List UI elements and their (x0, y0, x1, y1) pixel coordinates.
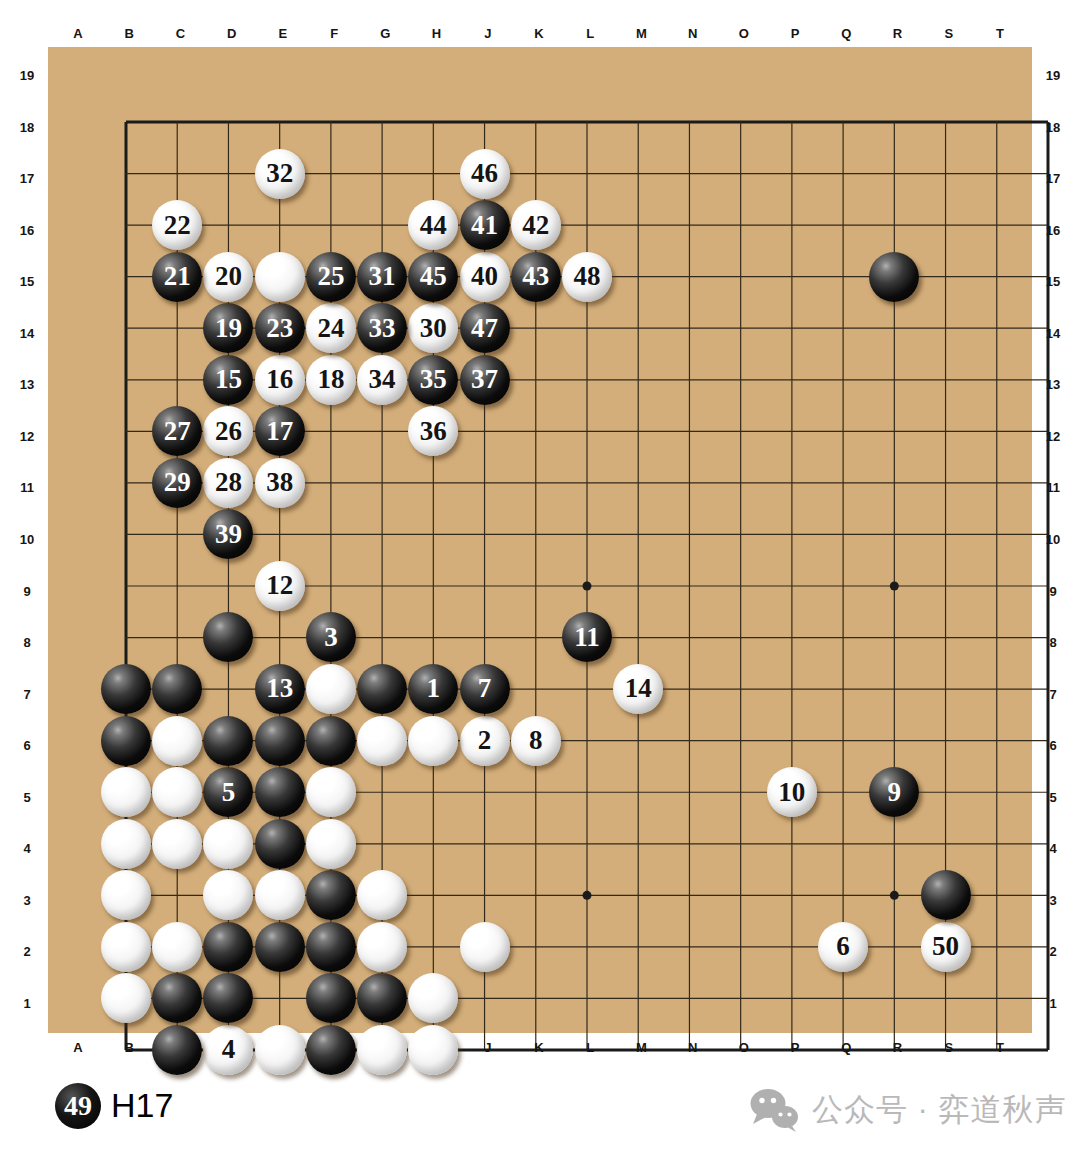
col-label-bottom-J: J (484, 1041, 491, 1054)
caption-stone-black-49: 49 (55, 1083, 101, 1129)
stone-label: 6 (836, 933, 850, 960)
row-label-right-9: 9 (1049, 584, 1056, 597)
stone-label: 8 (529, 727, 543, 754)
stone-label: 38 (266, 469, 293, 496)
stone-black-D6 (255, 767, 305, 817)
stone-white-B7 (152, 716, 202, 766)
row-label-left-9: 9 (23, 584, 30, 597)
stone-black-A8 (101, 664, 151, 714)
stone-black-E2 (306, 973, 356, 1023)
stone-black-C9 (203, 612, 253, 662)
stone-label: 43 (522, 263, 549, 290)
stone-black-H15-move-47: 47 (460, 303, 510, 353)
stone-label: 32 (266, 160, 293, 187)
stone-white-J17-move-42: 42 (511, 200, 561, 250)
stone-white-D18-move-32: 32 (255, 149, 305, 199)
watermark-text: 公众号 · 弈道秋声 (812, 1089, 1067, 1131)
row-label-left-10: 10 (20, 533, 34, 546)
row-label-left-5: 5 (23, 790, 30, 803)
col-label-bottom-O: O (739, 1041, 749, 1054)
col-label-top-E: E (279, 27, 288, 40)
stone-label: 46 (471, 160, 498, 187)
stone-black-C7 (203, 716, 253, 766)
stone-white-P3-move-6: 6 (818, 922, 868, 972)
stone-label: 21 (164, 263, 191, 290)
stone-label: 33 (369, 315, 396, 342)
col-label-top-C: C (176, 27, 185, 40)
stone-white-D12-move-38: 38 (255, 458, 305, 508)
stone-label: 11 (574, 624, 600, 651)
row-label-right-2: 2 (1049, 945, 1056, 958)
row-label-right-15: 15 (1046, 275, 1060, 288)
page: 1234567891011121314151617181920212223242… (0, 0, 1080, 1156)
caption-point-text: H17 (111, 1086, 173, 1125)
stone-white-A4 (101, 870, 151, 920)
stone-label: 25 (317, 263, 344, 290)
row-label-left-1: 1 (23, 997, 30, 1010)
col-label-top-H: H (432, 27, 441, 40)
stone-label: 19 (215, 315, 242, 342)
stone-label: 24 (317, 315, 344, 342)
stone-white-K16-move-48: 48 (562, 252, 612, 302)
stone-label: 15 (215, 366, 242, 393)
stone-white-A5 (101, 819, 151, 869)
stone-white-D10-move-12: 12 (255, 561, 305, 611)
stones-layer: 1234567891011121314151617181920212223242… (100, 96, 1073, 1075)
row-label-right-4: 4 (1049, 842, 1056, 855)
stone-white-R3-move-50: 50 (921, 922, 971, 972)
col-label-top-Q: Q (841, 27, 851, 40)
col-label-bottom-T: T (996, 1041, 1004, 1054)
stone-white-G15-move-30: 30 (408, 303, 458, 353)
row-label-right-6: 6 (1049, 739, 1056, 752)
stone-white-B3 (152, 922, 202, 972)
stone-black-Q16 (869, 252, 919, 302)
stone-black-H8-move-7: 7 (460, 664, 510, 714)
stone-black-G8-move-1: 1 (408, 664, 458, 714)
stone-black-B16-move-21: 21 (152, 252, 202, 302)
stone-white-C13-move-26: 26 (203, 406, 253, 456)
col-label-top-A: A (73, 27, 82, 40)
row-label-left-17: 17 (20, 172, 34, 185)
stone-label: 37 (471, 366, 498, 393)
stone-label: 4 (222, 1036, 236, 1063)
stone-black-D3 (255, 922, 305, 972)
row-label-left-3: 3 (23, 893, 30, 906)
col-label-bottom-K: K (534, 1041, 543, 1054)
row-label-right-19: 19 (1046, 69, 1060, 82)
stone-black-C2 (203, 973, 253, 1023)
stone-black-G14-move-35: 35 (408, 355, 458, 405)
stone-label: 18 (317, 366, 344, 393)
stone-black-C14-move-15: 15 (203, 355, 253, 405)
stone-white-G17-move-44: 44 (408, 200, 458, 250)
stone-white-F3 (357, 922, 407, 972)
stone-black-B8 (152, 664, 202, 714)
col-label-top-O: O (739, 27, 749, 40)
stone-label: 28 (215, 469, 242, 496)
row-label-right-13: 13 (1046, 378, 1060, 391)
stone-label: 42 (522, 212, 549, 239)
stone-label: 16 (266, 366, 293, 393)
col-label-top-J: J (484, 27, 491, 40)
stone-label: 1 (427, 675, 441, 702)
stone-label: 7 (478, 675, 492, 702)
stone-label: 30 (420, 315, 447, 342)
caption-move-note: 49 H17 (55, 1082, 173, 1129)
stone-black-R4 (921, 870, 971, 920)
stone-white-B5 (152, 819, 202, 869)
stone-label: 10 (778, 779, 805, 806)
stone-black-A7 (101, 716, 151, 766)
stone-white-H3 (460, 922, 510, 972)
stone-black-G16-move-45: 45 (408, 252, 458, 302)
stone-white-D16 (255, 252, 305, 302)
stone-label: 41 (471, 212, 498, 239)
stone-label: 48 (573, 263, 600, 290)
stone-black-K9-move-11: 11 (562, 612, 612, 662)
stone-label: 3 (324, 624, 338, 651)
row-label-left-6: 6 (23, 739, 30, 752)
row-label-right-5: 5 (1049, 790, 1056, 803)
stone-black-B13-move-27: 27 (152, 406, 202, 456)
stone-black-B12-move-29: 29 (152, 458, 202, 508)
col-label-bottom-M: M (636, 1041, 647, 1054)
stone-label: 34 (369, 366, 396, 393)
stone-black-D13-move-17: 17 (255, 406, 305, 456)
stone-white-H7-move-2: 2 (460, 716, 510, 766)
stone-black-D15-move-23: 23 (255, 303, 305, 353)
stone-black-F16-move-31: 31 (357, 252, 407, 302)
stone-white-C16-move-20: 20 (203, 252, 253, 302)
stone-black-C6-move-5: 5 (203, 767, 253, 817)
row-label-right-1: 1 (1049, 997, 1056, 1010)
stone-white-C1-move-4: 4 (203, 1025, 253, 1075)
stone-white-H18-move-46: 46 (460, 149, 510, 199)
stone-white-F7 (357, 716, 407, 766)
stone-white-E6 (306, 767, 356, 817)
stone-white-G7 (408, 716, 458, 766)
col-label-top-P: P (791, 27, 800, 40)
stone-black-B2 (152, 973, 202, 1023)
stone-white-D4 (255, 870, 305, 920)
stone-black-C15-move-19: 19 (203, 303, 253, 353)
row-label-right-10: 10 (1046, 533, 1060, 546)
col-label-bottom-P: P (791, 1041, 800, 1054)
col-label-top-B: B (125, 27, 134, 40)
stone-black-E4 (306, 870, 356, 920)
stone-label: 5 (222, 779, 236, 806)
stone-white-F4 (357, 870, 407, 920)
stone-black-E16-move-25: 25 (306, 252, 356, 302)
row-label-left-11: 11 (20, 481, 34, 494)
stone-label: 17 (266, 418, 293, 445)
caption-stone-label: 49 (64, 1092, 92, 1120)
stone-black-Q6-move-9: 9 (869, 767, 919, 817)
stone-label: 29 (164, 469, 191, 496)
stone-white-D14-move-16: 16 (255, 355, 305, 405)
stone-white-E14-move-18: 18 (306, 355, 356, 405)
row-label-right-7: 7 (1049, 687, 1056, 700)
stone-black-C3 (203, 922, 253, 972)
row-label-left-13: 13 (20, 378, 34, 391)
col-label-top-D: D (227, 27, 236, 40)
watermark: 公众号 · 弈道秋声 (748, 1088, 1067, 1132)
row-label-left-16: 16 (20, 223, 34, 236)
row-label-right-12: 12 (1046, 429, 1060, 442)
stone-label: 23 (266, 315, 293, 342)
col-label-bottom-S: S (944, 1041, 953, 1054)
col-label-bottom-B: B (125, 1041, 134, 1054)
col-label-top-N: N (688, 27, 697, 40)
col-label-top-L: L (586, 27, 594, 40)
row-label-right-16: 16 (1046, 223, 1060, 236)
stone-label: 40 (471, 263, 498, 290)
row-label-left-14: 14 (20, 326, 34, 339)
row-label-right-8: 8 (1049, 636, 1056, 649)
row-label-right-18: 18 (1046, 120, 1060, 133)
stone-black-D5 (255, 819, 305, 869)
stone-white-G1 (408, 1025, 458, 1075)
stone-white-F14-move-34: 34 (357, 355, 407, 405)
stone-white-J7-move-8: 8 (511, 716, 561, 766)
stone-black-E3 (306, 922, 356, 972)
row-label-left-4: 4 (23, 842, 30, 855)
stone-white-C5 (203, 819, 253, 869)
stone-label: 26 (215, 418, 242, 445)
col-label-bottom-R: R (893, 1041, 902, 1054)
stone-black-D8-move-13: 13 (255, 664, 305, 714)
stone-label: 36 (420, 418, 447, 445)
stone-black-B1 (152, 1025, 202, 1075)
col-label-bottom-Q: Q (841, 1041, 851, 1054)
stone-white-G13-move-36: 36 (408, 406, 458, 456)
stone-black-E7 (306, 716, 356, 766)
stone-black-E9-move-3: 3 (306, 612, 356, 662)
col-label-top-T: T (996, 27, 1004, 40)
stone-white-L8-move-14: 14 (613, 664, 663, 714)
row-label-left-18: 18 (20, 120, 34, 133)
stone-white-A3 (101, 922, 151, 972)
stone-black-D7 (255, 716, 305, 766)
stone-label: 39 (215, 521, 242, 548)
stone-white-C4 (203, 870, 253, 920)
stone-label: 45 (420, 263, 447, 290)
stone-white-E15-move-24: 24 (306, 303, 356, 353)
stone-black-F15-move-33: 33 (357, 303, 407, 353)
col-label-top-S: S (944, 27, 953, 40)
row-label-right-11: 11 (1046, 481, 1060, 494)
row-label-left-7: 7 (23, 687, 30, 700)
stone-white-D1 (255, 1025, 305, 1075)
stone-black-J16-move-43: 43 (511, 252, 561, 302)
row-label-left-19: 19 (20, 69, 34, 82)
row-label-left-2: 2 (23, 945, 30, 958)
stone-label: 47 (471, 315, 498, 342)
stone-white-C12-move-28: 28 (203, 458, 253, 508)
stone-white-G2 (408, 973, 458, 1023)
stone-label: 9 (888, 779, 902, 806)
row-label-right-3: 3 (1049, 893, 1056, 906)
stone-white-B17-move-22: 22 (152, 200, 202, 250)
stone-white-E8 (306, 664, 356, 714)
row-label-right-17: 17 (1046, 172, 1060, 185)
col-label-top-M: M (636, 27, 647, 40)
wechat-icon (748, 1088, 800, 1132)
stone-black-E1 (306, 1025, 356, 1075)
stone-label: 22 (164, 212, 191, 239)
stone-white-B6 (152, 767, 202, 817)
stone-white-E5 (306, 819, 356, 869)
stone-label: 44 (420, 212, 447, 239)
row-label-left-15: 15 (20, 275, 34, 288)
stone-white-F1 (357, 1025, 407, 1075)
stone-white-O6-move-10: 10 (767, 767, 817, 817)
stone-black-C11-move-39: 39 (203, 509, 253, 559)
stone-label: 31 (369, 263, 396, 290)
col-label-bottom-N: N (688, 1041, 697, 1054)
stone-label: 12 (266, 572, 293, 599)
stone-white-H16-move-40: 40 (460, 252, 510, 302)
stone-white-A2 (101, 973, 151, 1023)
go-board: 1234567891011121314151617181920212223242… (48, 47, 1032, 1033)
stone-black-F8 (357, 664, 407, 714)
col-label-top-G: G (380, 27, 390, 40)
row-label-left-12: 12 (20, 429, 34, 442)
stone-label: 20 (215, 263, 242, 290)
col-label-bottom-L: L (586, 1041, 594, 1054)
stone-label: 2 (478, 727, 492, 754)
col-label-top-K: K (534, 27, 543, 40)
row-label-right-14: 14 (1046, 326, 1060, 339)
stone-label: 13 (266, 675, 293, 702)
stone-label: 14 (625, 675, 652, 702)
stone-black-H14-move-37: 37 (460, 355, 510, 405)
col-label-bottom-A: A (73, 1041, 82, 1054)
stone-label: 27 (164, 418, 191, 445)
row-label-left-8: 8 (23, 636, 30, 649)
col-label-top-F: F (330, 27, 338, 40)
col-label-top-R: R (893, 27, 902, 40)
stone-black-H17-move-41: 41 (460, 200, 510, 250)
stone-label: 35 (420, 366, 447, 393)
stone-white-A6 (101, 767, 151, 817)
stone-label: 50 (932, 933, 959, 960)
stone-black-F2 (357, 973, 407, 1023)
